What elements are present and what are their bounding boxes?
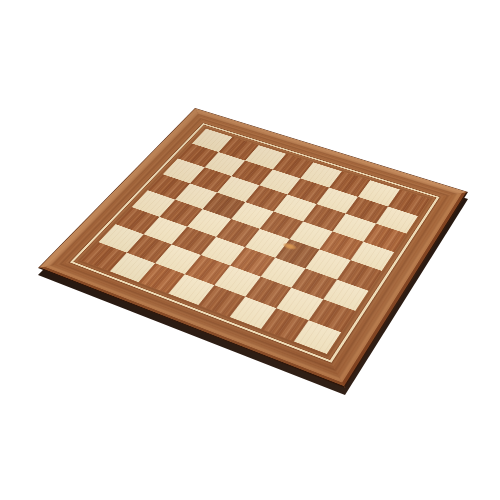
chess-board bbox=[38, 108, 468, 388]
product-photo bbox=[0, 0, 500, 500]
